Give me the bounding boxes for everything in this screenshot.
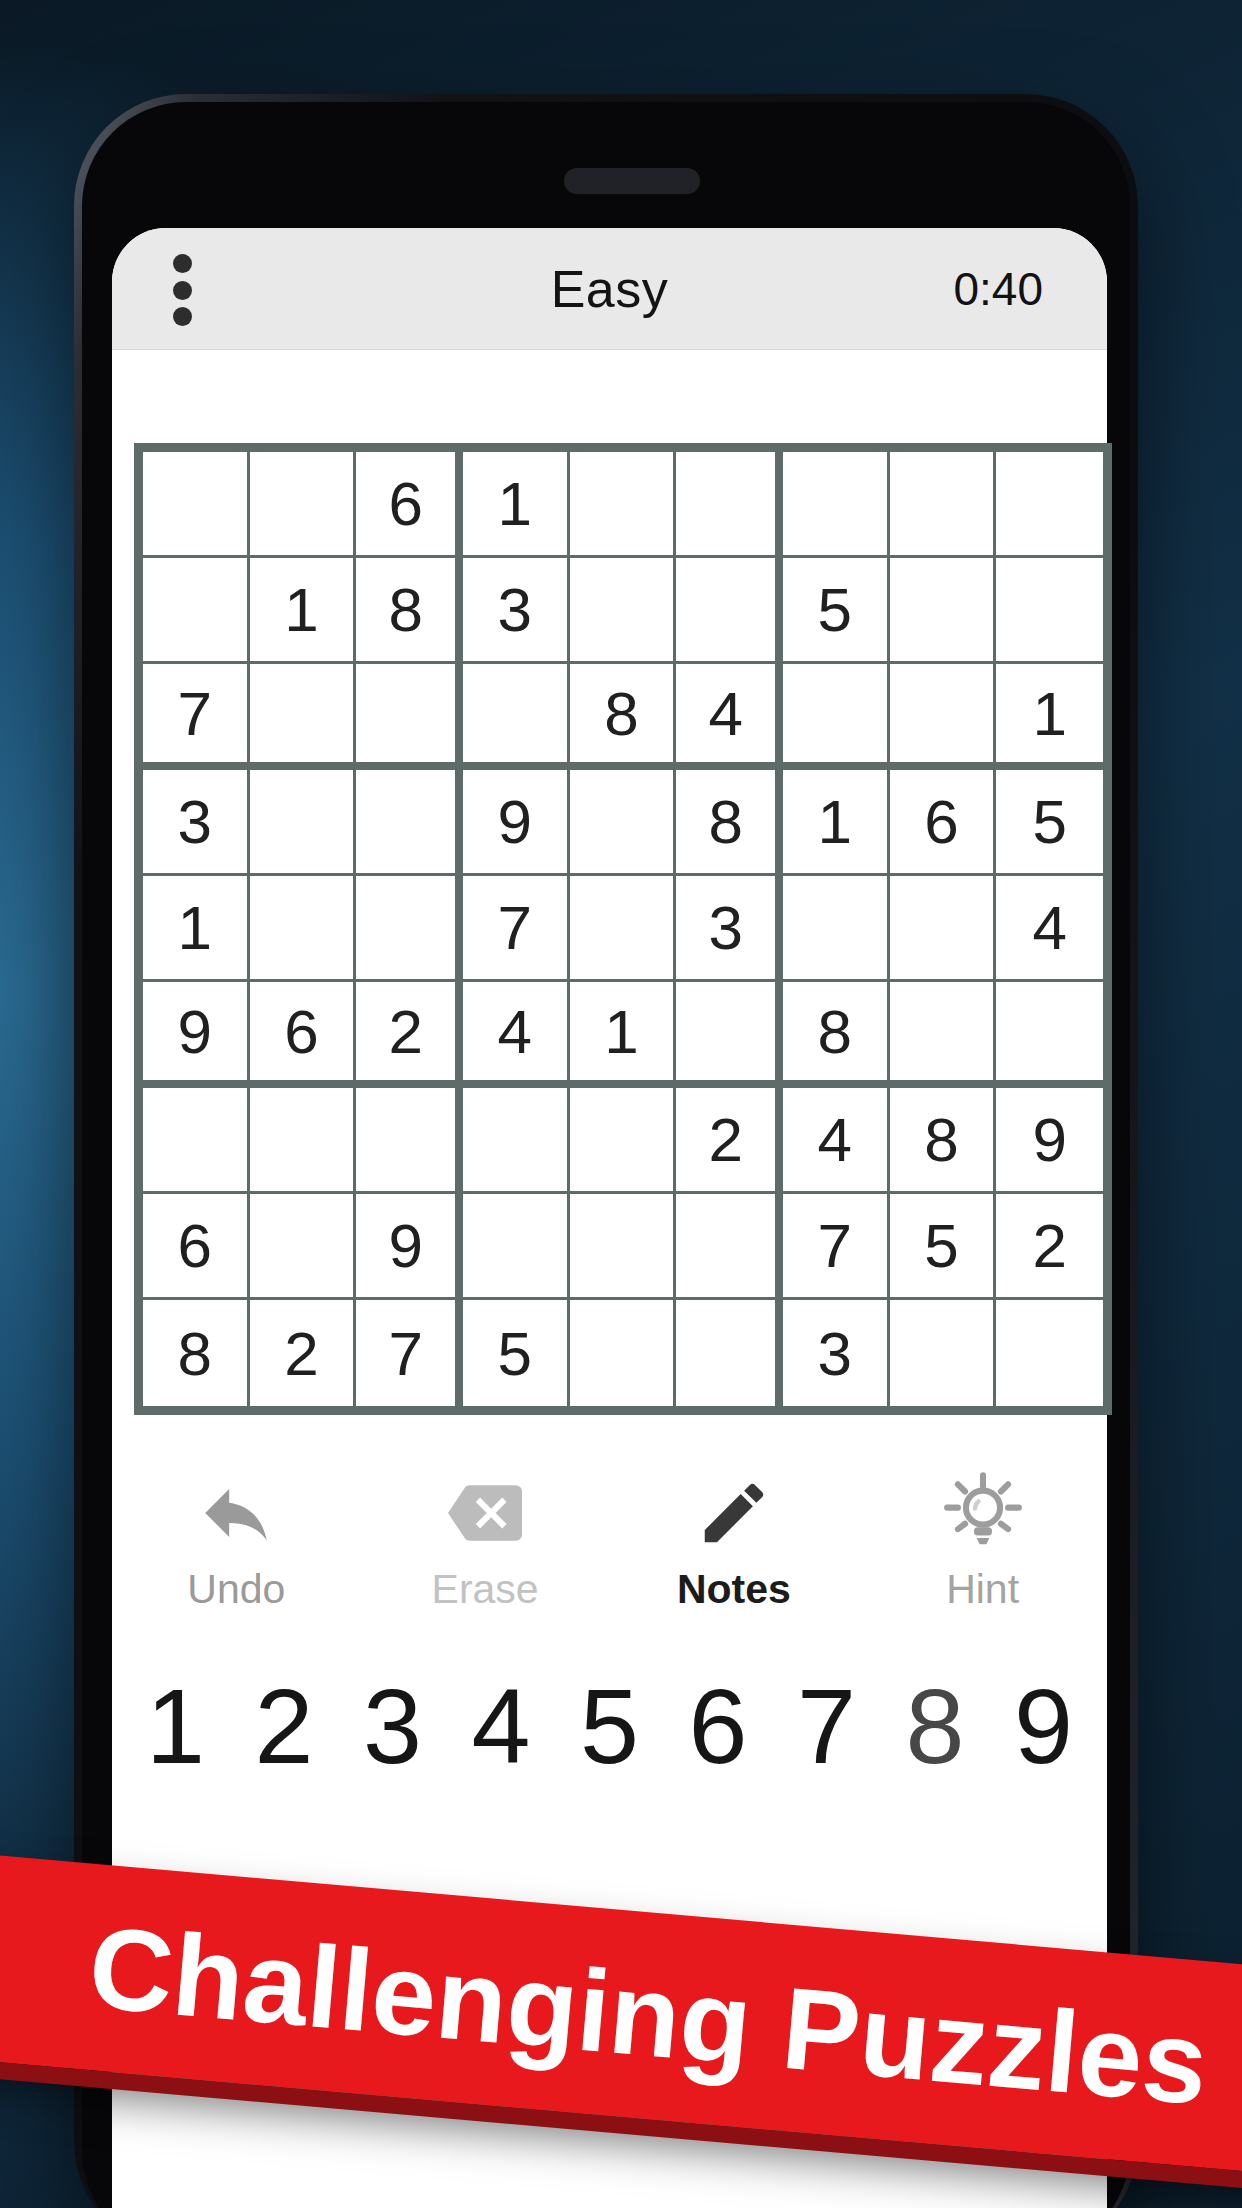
undo-label: Undo [187,1566,285,1613]
game-timer: 0:40 [953,228,1043,350]
sudoku-cell-r1c1[interactable] [143,452,250,558]
sudoku-cell-r9c2[interactable]: 2 [250,1300,357,1406]
sudoku-cell-r1c5[interactable] [570,452,677,558]
sudoku-cell-r9c8[interactable] [890,1300,997,1406]
sudoku-cell-r2c6[interactable] [676,558,783,664]
numpad-2[interactable]: 2 [255,1673,314,1779]
erase-button[interactable]: Erase [361,1466,610,1646]
numpad-8[interactable]: 8 [906,1673,965,1779]
hint-icon [940,1470,1026,1556]
numpad-6[interactable]: 6 [689,1673,748,1779]
sudoku-cell-r1c8[interactable] [890,452,997,558]
numpad-9[interactable]: 9 [1014,1673,1073,1779]
sudoku-cell-r4c4[interactable]: 9 [463,770,570,876]
sudoku-cell-r3c7[interactable] [783,664,890,770]
sudoku-cell-r4c5[interactable] [570,770,677,876]
sudoku-cell-r6c5[interactable]: 1 [570,982,677,1088]
sudoku-cell-r4c1[interactable]: 3 [143,770,250,876]
sudoku-cell-r9c4[interactable]: 5 [463,1300,570,1406]
erase-label: Erase [432,1566,539,1613]
numpad-1[interactable]: 1 [146,1673,205,1779]
number-pad: 123456789 [132,1656,1087,1796]
sudoku-cell-r8c4[interactable] [463,1194,570,1300]
sudoku-cell-r3c6[interactable]: 4 [676,664,783,770]
sudoku-cell-r8c9[interactable]: 2 [996,1194,1103,1300]
sudoku-cell-r8c3[interactable]: 9 [356,1194,463,1300]
sudoku-cell-r7c8[interactable]: 8 [890,1088,997,1194]
sudoku-cell-r5c7[interactable] [783,876,890,982]
sudoku-cell-r5c1[interactable]: 1 [143,876,250,982]
speaker-slit [564,168,700,194]
sudoku-cell-r5c6[interactable]: 3 [676,876,783,982]
sudoku-cell-r6c1[interactable]: 9 [143,982,250,1088]
sudoku-cell-r8c2[interactable] [250,1194,357,1300]
app-store-screenshot: Easy 0:40 611835784139816517349624182489… [0,0,1242,2208]
sudoku-cell-r5c2[interactable] [250,876,357,982]
sudoku-cell-r1c3[interactable]: 6 [356,452,463,558]
sudoku-cell-r6c4[interactable]: 4 [463,982,570,1088]
sudoku-cell-r2c7[interactable]: 5 [783,558,890,664]
sudoku-cell-r2c8[interactable] [890,558,997,664]
sudoku-cell-r1c9[interactable] [996,452,1103,558]
notes-icon [695,1470,773,1556]
sudoku-cell-r8c7[interactable]: 7 [783,1194,890,1300]
sudoku-cell-r9c9[interactable] [996,1300,1103,1406]
sudoku-cell-r7c2[interactable] [250,1088,357,1194]
sudoku-cell-r2c3[interactable]: 8 [356,558,463,664]
sudoku-cell-r2c9[interactable] [996,558,1103,664]
sudoku-cell-r6c7[interactable]: 8 [783,982,890,1088]
sudoku-cell-r4c6[interactable]: 8 [676,770,783,876]
sudoku-cell-r5c4[interactable]: 7 [463,876,570,982]
undo-button[interactable]: Undo [112,1466,361,1646]
sudoku-cell-r7c9[interactable]: 9 [996,1088,1103,1194]
numpad-7[interactable]: 7 [797,1673,856,1779]
sudoku-cell-r3c9[interactable]: 1 [996,664,1103,770]
sudoku-cell-r5c8[interactable] [890,876,997,982]
sudoku-cell-r3c4[interactable] [463,664,570,770]
sudoku-cell-r2c1[interactable] [143,558,250,664]
sudoku-cell-r8c6[interactable] [676,1194,783,1300]
toolbar: Undo Erase Notes [112,1466,1107,1646]
sudoku-cell-r5c9[interactable]: 4 [996,876,1103,982]
sudoku-cell-r7c3[interactable] [356,1088,463,1194]
undo-icon [195,1470,277,1556]
sudoku-board: 6118357841398165173496241824896975282753 [134,443,1112,1415]
sudoku-cell-r9c1[interactable]: 8 [143,1300,250,1406]
sudoku-cell-r2c2[interactable]: 1 [250,558,357,664]
notes-label: Notes [677,1566,791,1613]
sudoku-cell-r6c8[interactable] [890,982,997,1088]
sudoku-cell-r8c8[interactable]: 5 [890,1194,997,1300]
sudoku-cell-r3c8[interactable] [890,664,997,770]
app-bar: Easy 0:40 [112,228,1107,350]
sudoku-cell-r4c9[interactable]: 5 [996,770,1103,876]
hint-button[interactable]: Hint [858,1466,1107,1646]
sudoku-cell-r4c8[interactable]: 6 [890,770,997,876]
sudoku-cell-r6c2[interactable]: 6 [250,982,357,1088]
sudoku-cell-r9c7[interactable]: 3 [783,1300,890,1406]
sudoku-cell-r8c5[interactable] [570,1194,677,1300]
sudoku-cell-r3c2[interactable] [250,664,357,770]
sudoku-cell-r7c7[interactable]: 4 [783,1088,890,1194]
sudoku-cell-r9c6[interactable] [676,1300,783,1406]
sudoku-cell-r7c1[interactable] [143,1088,250,1194]
sudoku-cell-r4c3[interactable] [356,770,463,876]
numpad-5[interactable]: 5 [580,1673,639,1779]
numpad-3[interactable]: 3 [363,1673,422,1779]
sudoku-cell-r9c5[interactable] [570,1300,677,1406]
sudoku-cell-r2c4[interactable]: 3 [463,558,570,664]
sudoku-cell-r4c7[interactable]: 1 [783,770,890,876]
sudoku-cell-r1c4[interactable]: 1 [463,452,570,558]
notes-button[interactable]: Notes [610,1466,859,1646]
sudoku-cell-r5c3[interactable] [356,876,463,982]
sudoku-cell-r3c1[interactable]: 7 [143,664,250,770]
sudoku-cell-r1c7[interactable] [783,452,890,558]
erase-icon [448,1470,522,1556]
sudoku-cell-r7c4[interactable] [463,1088,570,1194]
sudoku-cell-r4c2[interactable] [250,770,357,876]
numpad-4[interactable]: 4 [472,1673,531,1779]
sudoku-cell-r7c6[interactable]: 2 [676,1088,783,1194]
hint-label: Hint [946,1566,1019,1613]
sudoku-cell-r3c3[interactable] [356,664,463,770]
sudoku-cell-r1c2[interactable] [250,452,357,558]
sudoku-cell-r5c5[interactable] [570,876,677,982]
sudoku-cell-r8c1[interactable]: 6 [143,1194,250,1300]
sudoku-cell-r2c5[interactable] [570,558,677,664]
sudoku-cell-r6c9[interactable] [996,982,1103,1088]
sudoku-cell-r6c6[interactable] [676,982,783,1088]
sudoku-cell-r9c3[interactable]: 7 [356,1300,463,1406]
sudoku-cell-r1c6[interactable] [676,452,783,558]
sudoku-cell-r6c3[interactable]: 2 [356,982,463,1088]
sudoku-cell-r7c5[interactable] [570,1088,677,1194]
sudoku-cell-r3c5[interactable]: 8 [570,664,677,770]
